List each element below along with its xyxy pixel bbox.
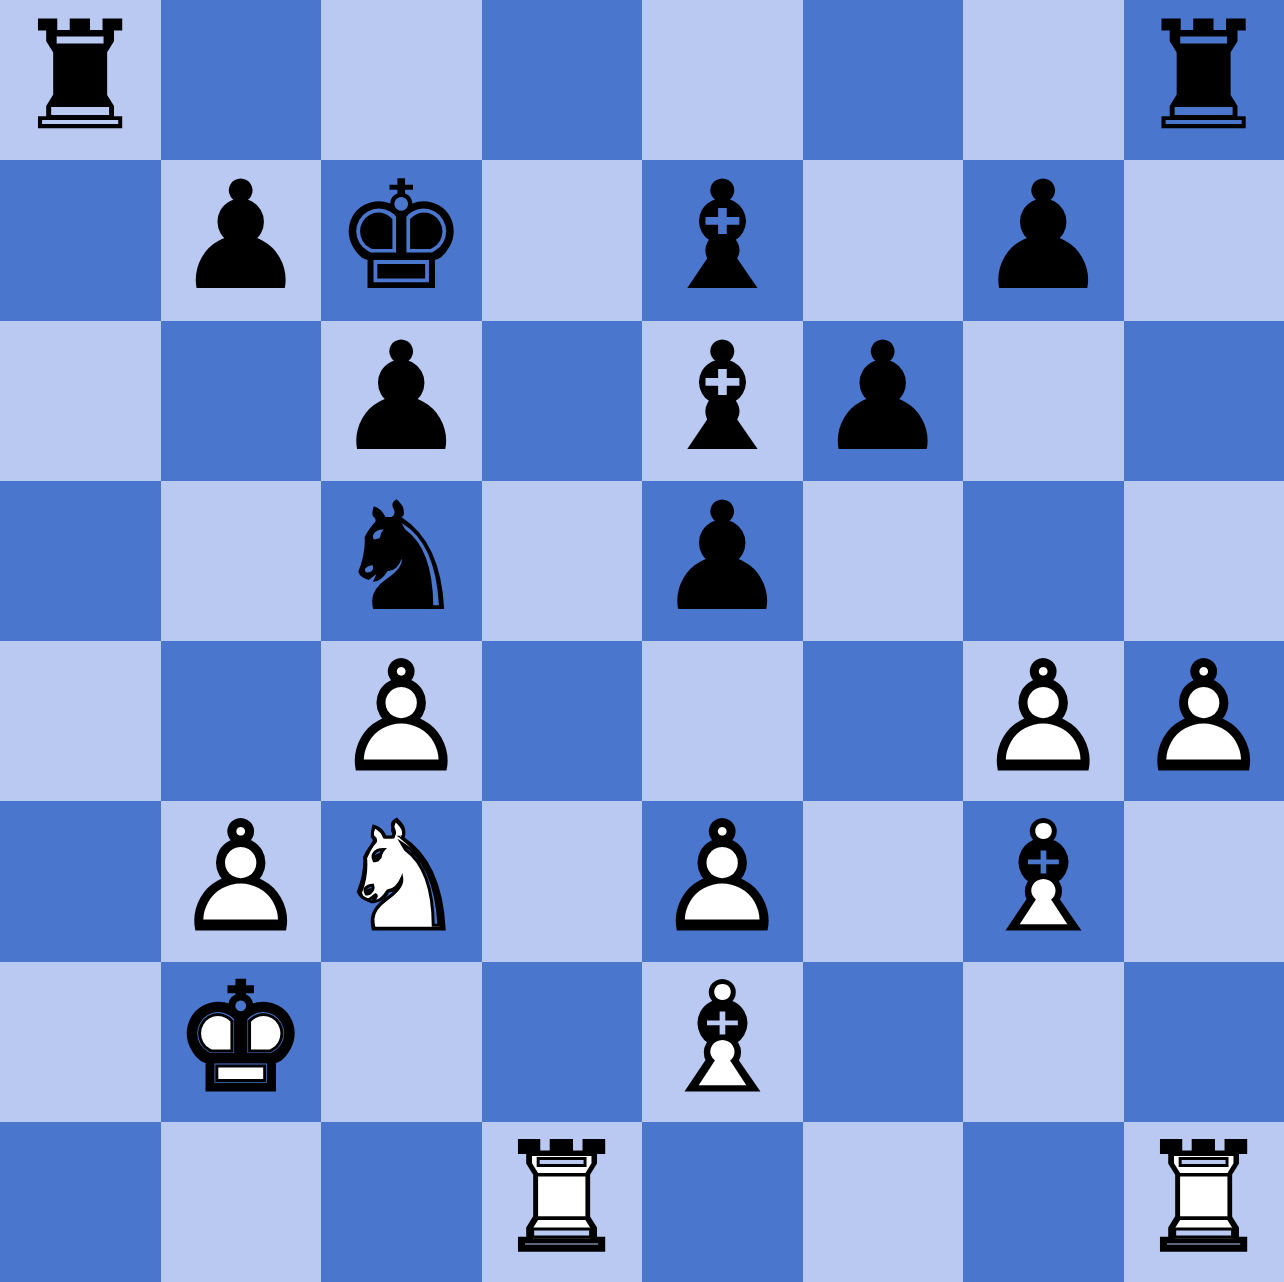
square-h6[interactable]	[1124, 321, 1284, 481]
square-f8[interactable]	[803, 0, 964, 160]
square-c6[interactable]: ♟	[321, 321, 482, 481]
black-pawn-glyph: ♟	[963, 160, 1124, 320]
white-bishop[interactable]: ♝♗	[642, 962, 803, 1122]
white-bishop[interactable]: ♝♗	[963, 801, 1124, 961]
black-king-glyph: ♚	[321, 160, 482, 320]
square-e4[interactable]	[642, 641, 803, 801]
black-pawn-glyph: ♟	[321, 321, 482, 481]
square-e8[interactable]	[642, 0, 803, 160]
black-bishop-glyph: ♝	[642, 321, 803, 481]
square-b8[interactable]	[161, 0, 322, 160]
white-king-outline: ♔	[161, 962, 322, 1122]
square-a2[interactable]	[0, 962, 161, 1122]
square-d6[interactable]	[482, 321, 643, 481]
square-c5[interactable]: ♞	[321, 481, 482, 641]
black-bishop[interactable]: ♝	[642, 160, 803, 320]
square-e6[interactable]: ♝	[642, 321, 803, 481]
square-c4[interactable]: ♟♙	[321, 641, 482, 801]
black-pawn-glyph: ♟	[803, 321, 964, 481]
square-f7[interactable]	[803, 160, 964, 320]
square-g7[interactable]: ♟	[963, 160, 1124, 320]
white-pawn-outline: ♙	[161, 801, 322, 961]
square-a3[interactable]	[0, 801, 161, 961]
black-king[interactable]: ♚	[321, 160, 482, 320]
black-knight[interactable]: ♞	[321, 481, 482, 641]
square-a4[interactable]	[0, 641, 161, 801]
white-pawn[interactable]: ♟♙	[161, 801, 322, 961]
square-c3[interactable]: ♞♘	[321, 801, 482, 961]
square-d3[interactable]	[482, 801, 643, 961]
square-h4[interactable]: ♟♙	[1124, 641, 1284, 801]
square-c1[interactable]	[321, 1122, 482, 1282]
square-c8[interactable]	[321, 0, 482, 160]
black-pawn[interactable]: ♟	[161, 160, 322, 320]
square-e1[interactable]	[642, 1122, 803, 1282]
square-g2[interactable]	[963, 962, 1124, 1122]
square-e5[interactable]: ♟	[642, 481, 803, 641]
white-king[interactable]: ♚♔	[161, 962, 322, 1122]
square-f5[interactable]	[803, 481, 964, 641]
white-pawn[interactable]: ♟♙	[1124, 641, 1284, 801]
white-rook[interactable]: ♜♖	[482, 1122, 643, 1282]
square-f3[interactable]	[803, 801, 964, 961]
black-rook[interactable]: ♜	[0, 0, 161, 160]
square-g5[interactable]	[963, 481, 1124, 641]
white-pawn[interactable]: ♟♙	[642, 801, 803, 961]
square-a7[interactable]	[0, 160, 161, 320]
white-pawn-outline: ♙	[642, 801, 803, 961]
black-rook-glyph: ♜	[0, 0, 161, 160]
square-b5[interactable]	[161, 481, 322, 641]
white-knight[interactable]: ♞♘	[321, 801, 482, 961]
square-h1[interactable]: ♜♖	[1124, 1122, 1284, 1282]
square-f2[interactable]	[803, 962, 964, 1122]
square-h3[interactable]	[1124, 801, 1284, 961]
square-d4[interactable]	[482, 641, 643, 801]
square-b1[interactable]	[161, 1122, 322, 1282]
square-a1[interactable]	[0, 1122, 161, 1282]
square-a5[interactable]	[0, 481, 161, 641]
white-pawn[interactable]: ♟♙	[321, 641, 482, 801]
white-rook-outline: ♖	[1124, 1122, 1284, 1282]
square-d2[interactable]	[482, 962, 643, 1122]
white-bishop-outline: ♗	[642, 962, 803, 1122]
square-g1[interactable]	[963, 1122, 1124, 1282]
square-b4[interactable]	[161, 641, 322, 801]
white-pawn-outline: ♙	[321, 641, 482, 801]
square-b2[interactable]: ♚♔	[161, 962, 322, 1122]
square-f4[interactable]	[803, 641, 964, 801]
white-rook-outline: ♖	[482, 1122, 643, 1282]
square-c7[interactable]: ♚	[321, 160, 482, 320]
black-pawn[interactable]: ♟	[963, 160, 1124, 320]
square-c2[interactable]	[321, 962, 482, 1122]
square-a8[interactable]: ♜	[0, 0, 161, 160]
square-d8[interactable]	[482, 0, 643, 160]
white-rook[interactable]: ♜♖	[1124, 1122, 1284, 1282]
square-g3[interactable]: ♝♗	[963, 801, 1124, 961]
square-h5[interactable]	[1124, 481, 1284, 641]
square-e2[interactable]: ♝♗	[642, 962, 803, 1122]
square-e7[interactable]: ♝	[642, 160, 803, 320]
square-e3[interactable]: ♟♙	[642, 801, 803, 961]
square-g6[interactable]	[963, 321, 1124, 481]
square-b6[interactable]	[161, 321, 322, 481]
square-d1[interactable]: ♜♖	[482, 1122, 643, 1282]
square-h8[interactable]: ♜	[1124, 0, 1284, 160]
black-pawn[interactable]: ♟	[642, 481, 803, 641]
chess-app: ♜♜♟♚♝♟♟♝♟♞♟♟♙♟♙♟♙♟♙♞♘♟♙♝♗♚♔♝♗♜♖♜♖	[0, 0, 1284, 1282]
black-pawn[interactable]: ♟	[321, 321, 482, 481]
white-knight-outline: ♘	[321, 801, 482, 961]
black-rook[interactable]: ♜	[1124, 0, 1284, 160]
square-h7[interactable]	[1124, 160, 1284, 320]
chess-board: ♜♜♟♚♝♟♟♝♟♞♟♟♙♟♙♟♙♟♙♞♘♟♙♝♗♚♔♝♗♜♖♜♖	[0, 0, 1284, 1282]
black-rook-glyph: ♜	[1124, 0, 1284, 160]
black-pawn-glyph: ♟	[161, 160, 322, 320]
square-d5[interactable]	[482, 481, 643, 641]
square-g4[interactable]: ♟♙	[963, 641, 1124, 801]
square-h2[interactable]	[1124, 962, 1284, 1122]
black-pawn-glyph: ♟	[642, 481, 803, 641]
square-d7[interactable]	[482, 160, 643, 320]
black-bishop[interactable]: ♝	[642, 321, 803, 481]
white-bishop-outline: ♗	[963, 801, 1124, 961]
white-pawn[interactable]: ♟♙	[963, 641, 1124, 801]
black-pawn[interactable]: ♟	[803, 321, 964, 481]
square-g8[interactable]	[963, 0, 1124, 160]
square-a6[interactable]	[0, 321, 161, 481]
square-b7[interactable]: ♟	[161, 160, 322, 320]
square-b3[interactable]: ♟♙	[161, 801, 322, 961]
square-f1[interactable]	[803, 1122, 964, 1282]
black-bishop-glyph: ♝	[642, 160, 803, 320]
black-knight-glyph: ♞	[321, 481, 482, 641]
white-pawn-outline: ♙	[1124, 641, 1284, 801]
white-pawn-outline: ♙	[963, 641, 1124, 801]
square-f6[interactable]: ♟	[803, 321, 964, 481]
